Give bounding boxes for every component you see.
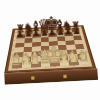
piece-white-rook[interactable]: ♜ xyxy=(77,51,89,65)
piece-black-pawn[interactable]: ♟ xyxy=(48,28,57,37)
square-c6[interactable] xyxy=(32,38,40,43)
file-label: g xyxy=(69,65,79,67)
file-label: a xyxy=(12,68,22,70)
file-label: f xyxy=(60,66,70,68)
piece-white-bishop[interactable]: ♝ xyxy=(56,48,72,66)
square-a6[interactable] xyxy=(16,38,25,43)
brass-clasp-right xyxy=(63,74,67,78)
file-label: d xyxy=(41,67,51,69)
file-label: e xyxy=(50,66,60,68)
file-label: c xyxy=(31,67,41,69)
square-g6[interactable] xyxy=(65,36,74,41)
piece-black-pawn[interactable]: ♟ xyxy=(64,27,73,36)
chess-board: ♜♞♝♛♚♝♞♜♟♟♟♟♟♟♟♟♟♟♟♟♟♟♟♟♜♞♝♛♚♝♞♜ abcdefg… xyxy=(4,25,96,73)
piece-black-pawn[interactable]: ♟ xyxy=(32,28,41,37)
piece-black-pawn[interactable]: ♟ xyxy=(16,29,25,38)
square-b6[interactable] xyxy=(24,38,32,43)
square-h1[interactable]: ♜ xyxy=(78,59,89,65)
square-b5[interactable] xyxy=(24,42,33,47)
piece-black-pawn[interactable]: ♟ xyxy=(72,26,81,35)
square-a5[interactable] xyxy=(15,43,24,48)
square-e7[interactable]: ♟ xyxy=(48,33,56,37)
file-label: b xyxy=(21,68,31,70)
file-label: h xyxy=(79,65,89,67)
board-frame: ♜♞♝♛♚♝♞♜♟♟♟♟♟♟♟♟♟♟♟♟♟♟♟♟♜♞♝♛♚♝♞♜ abcdefg… xyxy=(4,25,96,73)
square-c7[interactable]: ♟ xyxy=(32,34,40,38)
page-background: ♜♞♝♛♚♝♞♜♟♟♟♟♟♟♟♟♟♟♟♟♟♟♟♟♜♞♝♛♚♝♞♜ abcdefg… xyxy=(0,0,100,100)
board-squares: ♜♞♝♛♚♝♞♜♟♟♟♟♟♟♟♟♟♟♟♟♟♟♟♟♜♞♝♛♚♝♞♜ xyxy=(12,28,89,69)
square-h7[interactable]: ♟ xyxy=(72,32,81,36)
square-g5[interactable] xyxy=(65,40,74,45)
square-h5[interactable] xyxy=(74,40,83,45)
square-g7[interactable]: ♟ xyxy=(64,32,73,36)
square-f1[interactable]: ♝ xyxy=(59,60,69,66)
brass-clasp-left xyxy=(31,76,35,80)
square-h6[interactable] xyxy=(73,35,82,40)
board-inlay-border: ♜♞♝♛♚♝♞♜♟♟♟♟♟♟♟♟♟♟♟♟♟♟♟♟♜♞♝♛♚♝♞♜ abcdefg… xyxy=(8,26,92,70)
